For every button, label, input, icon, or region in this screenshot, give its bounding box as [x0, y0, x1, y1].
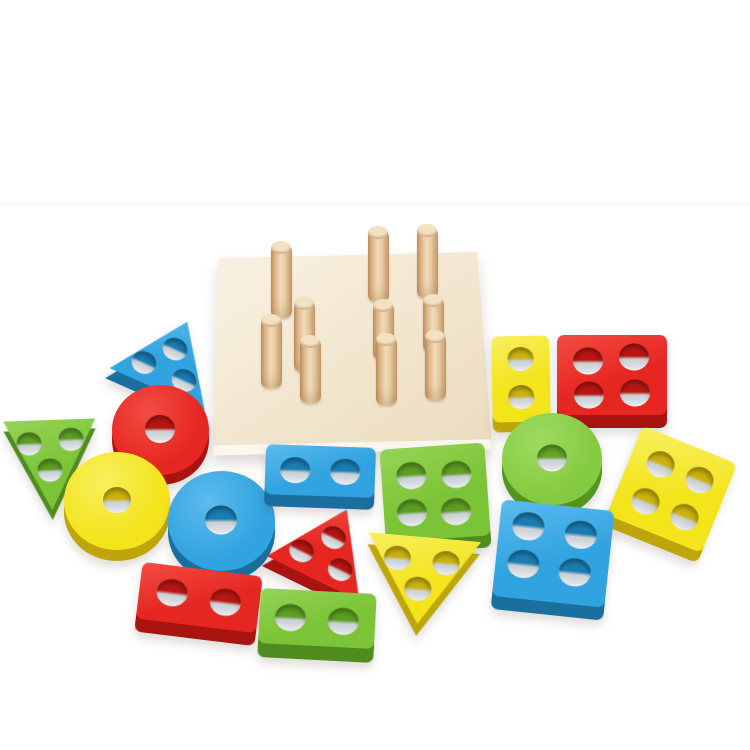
blue-rectangle-peg-hole — [330, 458, 361, 485]
green-circle-peg-hole — [537, 445, 567, 472]
green-square-peg-hole — [396, 498, 428, 527]
green-rectangle-peg-hole — [275, 602, 307, 631]
yellow-square-peg-hole — [682, 463, 718, 498]
wooden-peg — [300, 337, 321, 403]
piece-red-rectangle — [134, 561, 263, 645]
red-circle-peg-hole — [145, 415, 175, 443]
yellow-circle-top-face — [64, 452, 170, 550]
yellow-square-peg-hole — [627, 484, 663, 519]
wooden-peg — [417, 226, 438, 298]
wooden-peg — [425, 332, 446, 400]
green-square-peg-hole — [440, 459, 472, 488]
wooden-peg — [271, 243, 292, 318]
sorting-board-base — [210, 250, 497, 458]
piece-yellow-circle — [64, 452, 170, 561]
yellow-square-peg-hole — [667, 500, 703, 535]
yellow-rectangle-upright-peg-hole — [508, 385, 534, 409]
shape-sorter-photo — [0, 0, 750, 750]
yellow-triangle-top-face — [360, 532, 480, 629]
yellow-rectangle-upright-top-face — [491, 336, 550, 423]
blue-circle-top-face — [168, 471, 275, 571]
blue-triangle-peg-hole — [159, 334, 191, 364]
piece-yellow-square — [603, 426, 738, 563]
yellow-circle-peg-hole — [103, 487, 131, 513]
green-triangle-peg-hole — [58, 427, 84, 451]
wooden-peg — [261, 316, 282, 388]
red-rectangle-peg-hole — [154, 577, 188, 608]
blue-circle-peg-hole — [205, 506, 237, 535]
red-triangle-peg-hole — [285, 535, 317, 566]
green-rectangle-top-face — [258, 588, 377, 649]
green-square-top-face — [379, 442, 490, 542]
blue-square-peg-hole — [506, 548, 541, 579]
blue-square-peg-hole — [563, 519, 598, 550]
yellow-rectangle-upright-peg-hole — [507, 347, 533, 371]
base-top-face — [210, 250, 497, 458]
blue-rectangle-peg-hole — [279, 457, 310, 484]
red-square-peg-hole — [620, 379, 650, 406]
green-rectangle-peg-hole — [327, 606, 359, 635]
red-square-peg-hole — [573, 347, 603, 374]
red-square-peg-hole — [619, 344, 649, 371]
blue-square-top-face — [491, 499, 614, 607]
piece-green-rectangle — [257, 588, 376, 663]
wooden-peg — [368, 228, 389, 302]
green-square-peg-hole — [440, 497, 472, 526]
green-circle-top-face — [502, 413, 602, 505]
blue-square-peg-hole — [511, 510, 546, 541]
background-seam — [0, 203, 750, 206]
blue-triangle-peg-hole — [128, 347, 160, 377]
blue-square-peg-hole — [557, 556, 592, 587]
green-triangle-peg-hole — [37, 458, 63, 482]
red-triangle-peg-hole — [324, 554, 356, 585]
red-square-top-face — [557, 335, 667, 415]
yellow-square-peg-hole — [642, 447, 678, 482]
piece-blue-circle — [168, 471, 275, 582]
yellow-triangle-peg-hole — [403, 575, 432, 601]
piece-blue-square — [490, 499, 614, 620]
wooden-peg — [376, 335, 397, 405]
red-rectangle-peg-hole — [208, 586, 242, 617]
yellow-triangle-peg-hole — [431, 550, 460, 576]
red-triangle-peg-hole — [317, 521, 349, 552]
piece-yellow-triangle — [359, 532, 480, 640]
red-square-peg-hole — [574, 382, 604, 409]
blue-rectangle-top-face — [264, 444, 376, 498]
green-square-peg-hole — [395, 460, 427, 489]
